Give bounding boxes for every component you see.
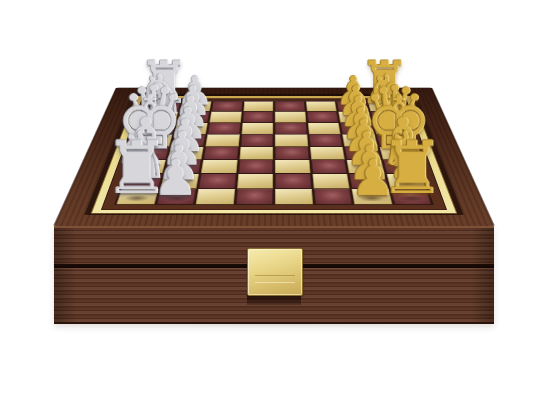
chess-piece-silver-r[interactable]: ♜ xyxy=(104,135,169,201)
square-f2-r1[interactable] xyxy=(209,112,241,122)
square-f4-r0[interactable] xyxy=(275,102,305,112)
square-f2-r3[interactable] xyxy=(205,135,239,147)
square-f7-r7[interactable]: ♜ xyxy=(390,189,432,204)
square-f4-r4[interactable] xyxy=(275,147,309,159)
square-f3-r0[interactable] xyxy=(243,102,273,112)
square-f2-r4[interactable] xyxy=(203,147,238,159)
square-f5-r3[interactable] xyxy=(309,135,343,147)
square-f4-r3[interactable] xyxy=(275,135,308,147)
square-f5-r1[interactable] xyxy=(307,112,339,122)
square-f3-r6[interactable] xyxy=(237,174,273,188)
product-photo: ♜♟♟♜♞♟♟♞♝♟♟♝♛♟♟♛♚♟♟♚♝♟♟♝♞♟♟♞♜♟♟♜ xyxy=(0,0,550,400)
square-f3-r1[interactable] xyxy=(242,112,273,122)
square-f4-r6[interactable] xyxy=(275,174,311,188)
square-f2-r7[interactable] xyxy=(196,189,235,204)
board-well: ♜♟♟♜♞♟♟♞♝♟♟♝♛♟♟♛♚♟♟♚♝♟♟♝♞♟♟♞♜♟♟♜ xyxy=(84,94,463,215)
square-f4-r7[interactable] xyxy=(275,189,313,204)
square-f3-r3[interactable] xyxy=(240,135,273,147)
square-f5-r0[interactable] xyxy=(306,102,337,112)
square-f2-r2[interactable] xyxy=(207,123,240,134)
box-front xyxy=(54,226,494,324)
square-f0-r7[interactable]: ♜ xyxy=(116,189,158,204)
square-f3-r7[interactable] xyxy=(235,189,273,204)
square-f3-r2[interactable] xyxy=(241,123,273,134)
square-f2-r0[interactable] xyxy=(211,102,242,112)
board-top: ♜♟♟♜♞♟♟♞♝♟♟♝♛♟♟♛♚♟♟♚♝♟♟♝♞♟♟♞♜♟♟♜ xyxy=(54,88,494,226)
square-f5-r6[interactable] xyxy=(312,174,350,188)
board-margin: ♜♟♟♜♞♟♟♞♝♟♟♝♛♟♟♛♚♟♟♚♝♟♟♝♞♟♟♞♜♟♟♜ xyxy=(101,98,447,210)
square-f4-r1[interactable] xyxy=(275,112,306,122)
square-f5-r7[interactable] xyxy=(313,189,352,204)
square-f4-r5[interactable] xyxy=(275,160,310,173)
square-f3-r4[interactable] xyxy=(239,147,273,159)
square-f5-r2[interactable] xyxy=(308,123,341,134)
square-f4-r2[interactable] xyxy=(275,123,307,134)
wood-rim: ♜♟♟♜♞♟♟♞♝♟♟♝♛♟♟♛♚♟♟♚♝♟♟♝♞♟♟♞♜♟♟♜ xyxy=(54,88,494,226)
square-f2-r5[interactable] xyxy=(201,160,237,173)
square-f5-r4[interactable] xyxy=(310,147,345,159)
checkerboard: ♜♟♟♜♞♟♟♞♝♟♟♝♛♟♟♛♚♟♟♚♝♟♟♝♞♟♟♞♜♟♟♜ xyxy=(114,101,434,205)
square-f2-r6[interactable] xyxy=(198,174,236,188)
square-f3-r5[interactable] xyxy=(238,160,273,173)
clasp-engraving xyxy=(255,275,295,283)
chess-piece-gold-r[interactable]: ♜ xyxy=(380,135,445,201)
clasp[interactable] xyxy=(247,248,303,296)
gold-frame: ♜♟♟♜♞♟♟♞♝♟♟♝♛♟♟♛♚♟♟♚♝♟♟♝♞♟♟♞♜♟♟♜ xyxy=(91,96,457,214)
square-f5-r5[interactable] xyxy=(311,160,347,173)
